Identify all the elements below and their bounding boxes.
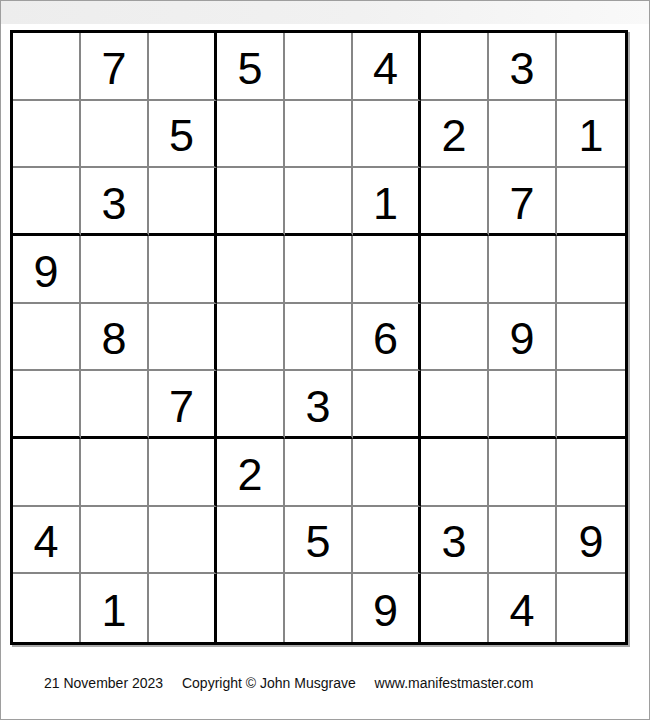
- sudoku-cell-r8c8: [489, 507, 557, 575]
- sudoku-cell-r1c2: 7: [81, 33, 149, 101]
- sudoku-cell-r7c2: [81, 439, 149, 507]
- sudoku-cell-r9c9: [557, 574, 625, 642]
- sudoku-cell-r1c1: [13, 33, 81, 101]
- sudoku-cell-r5c9: [557, 304, 625, 372]
- sudoku-cell-r3c2: 3: [81, 168, 149, 236]
- sudoku-cell-r9c7: [421, 574, 489, 642]
- sudoku-cell-r6c8: [489, 371, 557, 439]
- sudoku-cell-r2c8: [489, 101, 557, 169]
- sudoku-cell-r8c4: [217, 507, 285, 575]
- sudoku-cell-r5c1: [13, 304, 81, 372]
- sudoku-cell-r2c7: 2: [421, 101, 489, 169]
- sudoku-cell-r2c2: [81, 101, 149, 169]
- sudoku-cell-r3c9: [557, 168, 625, 236]
- sudoku-cell-r1c3: [149, 33, 217, 101]
- sudoku-cell-r8c3: [149, 507, 217, 575]
- sudoku-cell-r8c5: 5: [285, 507, 353, 575]
- sudoku-cell-r7c3: [149, 439, 217, 507]
- footer-website: www.manifestmaster.com: [375, 675, 534, 691]
- sudoku-cell-r3c5: [285, 168, 353, 236]
- sudoku-cell-r6c5: 3: [285, 371, 353, 439]
- footer-copyright: Copyright © John Musgrave: [182, 675, 356, 691]
- sudoku-cell-r9c3: [149, 574, 217, 642]
- sudoku-cell-r6c3: 7: [149, 371, 217, 439]
- sudoku-cell-r1c7: [421, 33, 489, 101]
- sudoku-cell-r5c6: 6: [353, 304, 421, 372]
- sudoku-cell-r7c1: [13, 439, 81, 507]
- sudoku-cell-r6c6: [353, 371, 421, 439]
- header-band: [1, 1, 649, 24]
- sudoku-cell-r4c6: [353, 236, 421, 304]
- sudoku-cell-r4c1: 9: [13, 236, 81, 304]
- sudoku-cell-r1c5: [285, 33, 353, 101]
- sudoku-cell-r6c1: [13, 371, 81, 439]
- footer-date: 21 November 2023: [44, 675, 163, 691]
- sudoku-cell-r1c6: 4: [353, 33, 421, 101]
- sudoku-cell-r5c5: [285, 304, 353, 372]
- sudoku-cell-r5c2: 8: [81, 304, 149, 372]
- footer-credit-line: 21 November 2023 Copyright © John Musgra…: [44, 673, 533, 693]
- sudoku-cell-r7c4: 2: [217, 439, 285, 507]
- sudoku-cell-r4c3: [149, 236, 217, 304]
- sudoku-cell-r4c8: [489, 236, 557, 304]
- sudoku-cell-r1c9: [557, 33, 625, 101]
- sudoku-cell-r5c3: [149, 304, 217, 372]
- sudoku-cell-r4c5: [285, 236, 353, 304]
- sudoku-cell-r6c7: [421, 371, 489, 439]
- sudoku-cell-r2c5: [285, 101, 353, 169]
- sudoku-cell-r5c8: 9: [489, 304, 557, 372]
- sudoku-cell-r8c2: [81, 507, 149, 575]
- sudoku-cell-r2c1: [13, 101, 81, 169]
- sudoku-cell-r4c9: [557, 236, 625, 304]
- sudoku-cell-r3c7: [421, 168, 489, 236]
- sudoku-cell-r2c4: [217, 101, 285, 169]
- sudoku-cell-r4c4: [217, 236, 285, 304]
- sudoku-cell-r3c8: 7: [489, 168, 557, 236]
- sudoku-cell-r8c6: [353, 507, 421, 575]
- sudoku-board: 754352131798697324539194: [10, 30, 628, 645]
- sudoku-cell-r9c8: 4: [489, 574, 557, 642]
- sudoku-cell-r3c1: [13, 168, 81, 236]
- sudoku-cell-r6c4: [217, 371, 285, 439]
- sudoku-cell-r8c7: 3: [421, 507, 489, 575]
- sudoku-cell-r7c7: [421, 439, 489, 507]
- sudoku-cell-r7c8: [489, 439, 557, 507]
- sudoku-cell-r7c5: [285, 439, 353, 507]
- sudoku-cell-r4c7: [421, 236, 489, 304]
- sudoku-cell-r5c4: [217, 304, 285, 372]
- sudoku-cell-r1c8: 3: [489, 33, 557, 101]
- sudoku-cell-r9c5: [285, 574, 353, 642]
- sudoku-cell-r2c9: 1: [557, 101, 625, 169]
- sudoku-cell-r8c9: 9: [557, 507, 625, 575]
- sudoku-cell-r7c9: [557, 439, 625, 507]
- sudoku-cell-r3c6: 1: [353, 168, 421, 236]
- sudoku-cell-r3c3: [149, 168, 217, 236]
- sudoku-cell-r2c3: 5: [149, 101, 217, 169]
- sudoku-cell-r9c6: 9: [353, 574, 421, 642]
- sudoku-cell-r9c4: [217, 574, 285, 642]
- sudoku-cell-r1c4: 5: [217, 33, 285, 101]
- sudoku-cell-r3c4: [217, 168, 285, 236]
- sudoku-cell-r4c2: [81, 236, 149, 304]
- sudoku-cell-r8c1: 4: [13, 507, 81, 575]
- sudoku-puzzle-page: 754352131798697324539194 21 November 202…: [0, 0, 650, 720]
- sudoku-cell-r6c2: [81, 371, 149, 439]
- sudoku-cell-r5c7: [421, 304, 489, 372]
- sudoku-cell-r2c6: [353, 101, 421, 169]
- sudoku-cell-r6c9: [557, 371, 625, 439]
- sudoku-cell-r9c1: [13, 574, 81, 642]
- sudoku-cell-r7c6: [353, 439, 421, 507]
- sudoku-cell-r9c2: 1: [81, 574, 149, 642]
